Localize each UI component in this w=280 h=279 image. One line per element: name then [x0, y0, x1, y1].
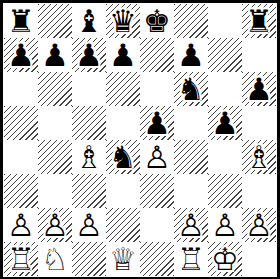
square-f5[interactable] [174, 106, 208, 140]
square-d7[interactable]: ♟♟ [106, 38, 140, 72]
white-king-halo: ♚ [208, 242, 242, 276]
square-d3[interactable] [106, 174, 140, 208]
square-e5[interactable]: ♟♟ [140, 106, 174, 140]
white-pawn-halo: ♟ [72, 208, 106, 242]
black-king-e8: ♚ [140, 4, 174, 38]
white-rook-halo: ♜ [174, 242, 208, 276]
square-b8[interactable] [38, 4, 72, 38]
square-b4[interactable] [38, 140, 72, 174]
black-pawn-d7: ♟ [106, 38, 140, 72]
black-rook-a8: ♜ [4, 4, 38, 38]
square-f6[interactable]: ♞♞ [174, 72, 208, 106]
black-pawn-h6: ♟ [242, 72, 276, 106]
square-a1[interactable]: ♜♖ [4, 242, 38, 276]
black-pawn-c7: ♟ [72, 38, 106, 72]
white-bishop-h4: ♗ [242, 140, 276, 174]
square-h4[interactable]: ♝♗ [242, 140, 276, 174]
square-h5[interactable] [242, 106, 276, 140]
square-a5[interactable] [4, 106, 38, 140]
black-pawn-halo: ♟ [72, 38, 106, 72]
black-pawn-halo: ♟ [174, 38, 208, 72]
chess-diagram: ♜♜♝♝♛♛♚♚♜♜♟♟♟♟♟♟♟♟♟♟♞♞♟♟♟♟♟♟♝♗♞♞♟♙♝♗♟♙♟♙… [0, 0, 280, 279]
white-pawn-halo: ♟ [38, 208, 72, 242]
square-c8[interactable]: ♝♝ [72, 4, 106, 38]
square-f3[interactable] [174, 174, 208, 208]
white-bishop-c4: ♗ [72, 140, 106, 174]
black-knight-halo: ♞ [174, 72, 208, 106]
black-king-halo: ♚ [140, 4, 174, 38]
black-knight-f6: ♞ [174, 72, 208, 106]
white-queen-d1: ♕ [106, 242, 140, 276]
square-a6[interactable] [4, 72, 38, 106]
black-pawn-halo: ♟ [38, 38, 72, 72]
white-rook-halo: ♜ [4, 242, 38, 276]
square-f2[interactable]: ♟♙ [174, 208, 208, 242]
square-b1[interactable]: ♞♘ [38, 242, 72, 276]
black-pawn-halo: ♟ [242, 72, 276, 106]
square-d8[interactable]: ♛♛ [106, 4, 140, 38]
black-bishop-halo: ♝ [72, 4, 106, 38]
square-h6[interactable]: ♟♟ [242, 72, 276, 106]
square-b3[interactable] [38, 174, 72, 208]
black-pawn-f7: ♟ [174, 38, 208, 72]
square-f1[interactable]: ♜♖ [174, 242, 208, 276]
square-e8[interactable]: ♚♚ [140, 4, 174, 38]
black-pawn-halo: ♟ [4, 38, 38, 72]
square-e2[interactable] [140, 208, 174, 242]
black-queen-d8: ♛ [106, 4, 140, 38]
square-c2[interactable]: ♟♙ [72, 208, 106, 242]
black-pawn-e5: ♟ [140, 106, 174, 140]
square-g3[interactable] [208, 174, 242, 208]
square-h1[interactable] [242, 242, 276, 276]
square-a4[interactable] [4, 140, 38, 174]
white-rook-a1: ♖ [4, 242, 38, 276]
square-h7[interactable] [242, 38, 276, 72]
black-pawn-b7: ♟ [38, 38, 72, 72]
white-rook-f1: ♖ [174, 242, 208, 276]
black-rook-h8: ♜ [242, 4, 276, 38]
square-g5[interactable]: ♟♟ [208, 106, 242, 140]
white-pawn-a2: ♙ [4, 208, 38, 242]
black-pawn-halo: ♟ [106, 38, 140, 72]
black-rook-halo: ♜ [4, 4, 38, 38]
white-bishop-halo: ♝ [72, 140, 106, 174]
square-g1[interactable]: ♚♔ [208, 242, 242, 276]
white-pawn-g2: ♙ [208, 208, 242, 242]
black-rook-halo: ♜ [242, 4, 276, 38]
square-c7[interactable]: ♟♟ [72, 38, 106, 72]
white-pawn-h2: ♙ [242, 208, 276, 242]
square-c5[interactable] [72, 106, 106, 140]
square-e3[interactable] [140, 174, 174, 208]
black-pawn-g5: ♟ [208, 106, 242, 140]
square-c3[interactable] [72, 174, 106, 208]
square-a2[interactable]: ♟♙ [4, 208, 38, 242]
white-pawn-e4: ♙ [140, 140, 174, 174]
square-d2[interactable] [106, 208, 140, 242]
black-pawn-halo: ♟ [208, 106, 242, 140]
white-pawn-b2: ♙ [38, 208, 72, 242]
square-e7[interactable] [140, 38, 174, 72]
square-g8[interactable] [208, 4, 242, 38]
white-queen-halo: ♛ [106, 242, 140, 276]
black-queen-halo: ♛ [106, 4, 140, 38]
black-pawn-halo: ♟ [140, 106, 174, 140]
square-f8[interactable] [174, 4, 208, 38]
white-pawn-halo: ♟ [140, 140, 174, 174]
square-g6[interactable] [208, 72, 242, 106]
square-g7[interactable] [208, 38, 242, 72]
square-d1[interactable]: ♛♕ [106, 242, 140, 276]
square-b5[interactable] [38, 106, 72, 140]
square-a8[interactable]: ♜♜ [4, 4, 38, 38]
square-e4[interactable]: ♟♙ [140, 140, 174, 174]
square-d4[interactable]: ♞♞ [106, 140, 140, 174]
square-e1[interactable] [140, 242, 174, 276]
square-c6[interactable] [72, 72, 106, 106]
board-frame: ♜♜♝♝♛♛♚♚♜♜♟♟♟♟♟♟♟♟♟♟♞♞♟♟♟♟♟♟♝♗♞♞♟♙♝♗♟♙♟♙… [3, 3, 277, 277]
square-a3[interactable] [4, 174, 38, 208]
square-c1[interactable] [72, 242, 106, 276]
square-f4[interactable] [174, 140, 208, 174]
square-h2[interactable]: ♟♙ [242, 208, 276, 242]
square-b7[interactable]: ♟♟ [38, 38, 72, 72]
white-bishop-halo: ♝ [242, 140, 276, 174]
white-knight-b1: ♘ [38, 242, 72, 276]
white-pawn-f2: ♙ [174, 208, 208, 242]
black-knight-halo: ♞ [106, 140, 140, 174]
white-pawn-c2: ♙ [72, 208, 106, 242]
white-king-g1: ♔ [208, 242, 242, 276]
white-pawn-halo: ♟ [242, 208, 276, 242]
black-knight-d4: ♞ [106, 140, 140, 174]
white-pawn-halo: ♟ [4, 208, 38, 242]
square-d5[interactable] [106, 106, 140, 140]
white-pawn-halo: ♟ [174, 208, 208, 242]
square-c4[interactable]: ♝♗ [72, 140, 106, 174]
square-h8[interactable]: ♜♜ [242, 4, 276, 38]
square-b2[interactable]: ♟♙ [38, 208, 72, 242]
square-b6[interactable] [38, 72, 72, 106]
chess-board: ♜♜♝♝♛♛♚♚♜♜♟♟♟♟♟♟♟♟♟♟♞♞♟♟♟♟♟♟♝♗♞♞♟♙♝♗♟♙♟♙… [4, 4, 276, 276]
square-g4[interactable] [208, 140, 242, 174]
white-knight-halo: ♞ [38, 242, 72, 276]
square-a7[interactable]: ♟♟ [4, 38, 38, 72]
black-pawn-a7: ♟ [4, 38, 38, 72]
white-pawn-halo: ♟ [208, 208, 242, 242]
square-d6[interactable] [106, 72, 140, 106]
black-bishop-c8: ♝ [72, 4, 106, 38]
square-h3[interactable] [242, 174, 276, 208]
square-f7[interactable]: ♟♟ [174, 38, 208, 72]
square-g2[interactable]: ♟♙ [208, 208, 242, 242]
square-e6[interactable] [140, 72, 174, 106]
